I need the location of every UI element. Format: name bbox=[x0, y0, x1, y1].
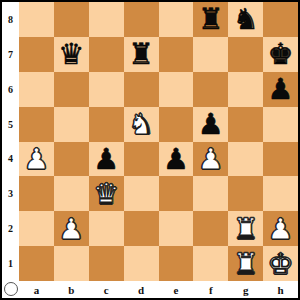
square-a1[interactable] bbox=[19, 246, 54, 281]
square-e7[interactable] bbox=[159, 37, 194, 72]
square-d7[interactable]: ♜ bbox=[124, 37, 159, 72]
square-b4[interactable] bbox=[54, 142, 89, 177]
square-a6[interactable] bbox=[19, 72, 54, 107]
piece-white-knight[interactable]: ♞ bbox=[128, 107, 154, 141]
file-label-h: h bbox=[263, 281, 298, 298]
square-d2[interactable] bbox=[124, 211, 159, 246]
piece-white-rook[interactable]: ♜ bbox=[233, 212, 259, 246]
square-b8[interactable] bbox=[54, 2, 89, 37]
rank-label-4: 4 bbox=[2, 142, 19, 177]
square-c2[interactable] bbox=[89, 211, 124, 246]
square-e3[interactable] bbox=[159, 176, 194, 211]
square-f8[interactable]: ♜ bbox=[193, 2, 228, 37]
square-g5[interactable] bbox=[228, 107, 263, 142]
square-b3[interactable] bbox=[54, 176, 89, 211]
square-h3[interactable] bbox=[263, 176, 298, 211]
square-c8[interactable] bbox=[89, 2, 124, 37]
square-c1[interactable] bbox=[89, 246, 124, 281]
square-h5[interactable] bbox=[263, 107, 298, 142]
square-a4[interactable]: ♟ bbox=[19, 142, 54, 177]
square-b2[interactable]: ♟ bbox=[54, 211, 89, 246]
square-f7[interactable] bbox=[193, 37, 228, 72]
square-f3[interactable] bbox=[193, 176, 228, 211]
piece-white-pawn[interactable]: ♟ bbox=[198, 142, 224, 176]
square-f2[interactable] bbox=[193, 211, 228, 246]
square-d8[interactable] bbox=[124, 2, 159, 37]
file-label-g: g bbox=[228, 281, 263, 298]
file-label-b: b bbox=[54, 281, 89, 298]
file-labels: abcdefgh bbox=[19, 281, 298, 298]
rank-label-5: 5 bbox=[2, 107, 19, 142]
rank-labels: 87654321 bbox=[2, 2, 19, 281]
square-d3[interactable] bbox=[124, 176, 159, 211]
square-e8[interactable] bbox=[159, 2, 194, 37]
square-c4[interactable]: ♟ bbox=[89, 142, 124, 177]
square-a8[interactable] bbox=[19, 2, 54, 37]
chess-board-frame: 87654321 ♜♞♛♜♚♟♞♟♟♟♟♟♛♟♜♟♜♚ abcdefgh bbox=[0, 0, 300, 300]
square-d1[interactable] bbox=[124, 246, 159, 281]
rank-label-3: 3 bbox=[2, 176, 19, 211]
rank-label-7: 7 bbox=[2, 37, 19, 72]
square-e5[interactable] bbox=[159, 107, 194, 142]
file-label-f: f bbox=[193, 281, 228, 298]
white-to-move-indicator-icon bbox=[4, 282, 18, 296]
square-e2[interactable] bbox=[159, 211, 194, 246]
square-g6[interactable] bbox=[228, 72, 263, 107]
square-g3[interactable] bbox=[228, 176, 263, 211]
square-a5[interactable] bbox=[19, 107, 54, 142]
piece-black-rook[interactable]: ♜ bbox=[198, 2, 224, 36]
square-b5[interactable] bbox=[54, 107, 89, 142]
square-h1[interactable]: ♚ bbox=[263, 246, 298, 281]
piece-white-rook[interactable]: ♜ bbox=[233, 247, 259, 281]
square-h4[interactable] bbox=[263, 142, 298, 177]
square-g8[interactable]: ♞ bbox=[228, 2, 263, 37]
square-a3[interactable] bbox=[19, 176, 54, 211]
piece-black-queen[interactable]: ♛ bbox=[58, 37, 84, 71]
square-g1[interactable]: ♜ bbox=[228, 246, 263, 281]
rank-label-8: 8 bbox=[2, 2, 19, 37]
square-f5[interactable]: ♟ bbox=[193, 107, 228, 142]
file-label-c: c bbox=[89, 281, 124, 298]
file-label-e: e bbox=[159, 281, 194, 298]
piece-black-king[interactable]: ♚ bbox=[268, 37, 294, 71]
square-h7[interactable]: ♚ bbox=[263, 37, 298, 72]
file-label-a: a bbox=[19, 281, 54, 298]
square-c3[interactable]: ♛ bbox=[89, 176, 124, 211]
square-e6[interactable] bbox=[159, 72, 194, 107]
square-d6[interactable] bbox=[124, 72, 159, 107]
piece-black-pawn[interactable]: ♟ bbox=[93, 142, 119, 176]
piece-black-pawn[interactable]: ♟ bbox=[198, 107, 224, 141]
square-a7[interactable] bbox=[19, 37, 54, 72]
square-b6[interactable] bbox=[54, 72, 89, 107]
piece-white-queen[interactable]: ♛ bbox=[93, 177, 119, 211]
piece-white-pawn[interactable]: ♟ bbox=[23, 142, 49, 176]
square-e1[interactable] bbox=[159, 246, 194, 281]
square-c5[interactable] bbox=[89, 107, 124, 142]
square-h6[interactable]: ♟ bbox=[263, 72, 298, 107]
rank-label-1: 1 bbox=[2, 246, 19, 281]
piece-white-pawn[interactable]: ♟ bbox=[58, 212, 84, 246]
square-d4[interactable] bbox=[124, 142, 159, 177]
square-g7[interactable] bbox=[228, 37, 263, 72]
square-c6[interactable] bbox=[89, 72, 124, 107]
square-a2[interactable] bbox=[19, 211, 54, 246]
square-f1[interactable] bbox=[193, 246, 228, 281]
square-c7[interactable] bbox=[89, 37, 124, 72]
square-h2[interactable]: ♟ bbox=[263, 211, 298, 246]
square-e4[interactable]: ♟ bbox=[159, 142, 194, 177]
square-g2[interactable]: ♜ bbox=[228, 211, 263, 246]
square-d5[interactable]: ♞ bbox=[124, 107, 159, 142]
square-h8[interactable] bbox=[263, 2, 298, 37]
chess-board[interactable]: ♜♞♛♜♚♟♞♟♟♟♟♟♛♟♜♟♜♚ bbox=[19, 2, 298, 281]
rank-label-6: 6 bbox=[2, 72, 19, 107]
piece-black-knight[interactable]: ♞ bbox=[233, 2, 259, 36]
piece-black-rook[interactable]: ♜ bbox=[128, 37, 154, 71]
square-b7[interactable]: ♛ bbox=[54, 37, 89, 72]
piece-white-king[interactable]: ♚ bbox=[268, 247, 294, 281]
square-f4[interactable]: ♟ bbox=[193, 142, 228, 177]
piece-black-pawn[interactable]: ♟ bbox=[268, 72, 294, 106]
square-g4[interactable] bbox=[228, 142, 263, 177]
board-corner bbox=[2, 281, 19, 298]
rank-label-2: 2 bbox=[2, 211, 19, 246]
piece-white-pawn[interactable]: ♟ bbox=[268, 212, 294, 246]
piece-black-pawn[interactable]: ♟ bbox=[163, 142, 189, 176]
square-f6[interactable] bbox=[193, 72, 228, 107]
file-label-d: d bbox=[124, 281, 159, 298]
square-b1[interactable] bbox=[54, 246, 89, 281]
